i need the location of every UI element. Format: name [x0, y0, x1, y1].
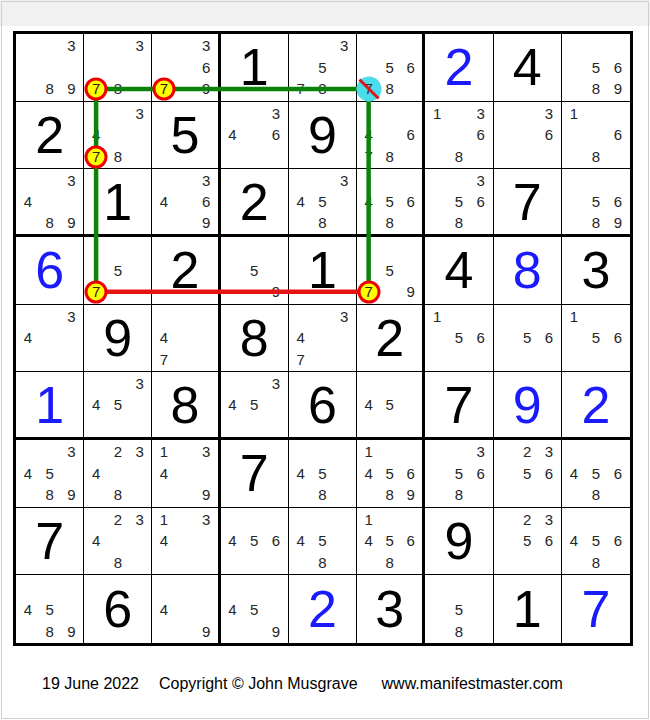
pencil-mark: 5 [312, 463, 334, 485]
footer-website-link[interactable]: www.manifestmaster.com [382, 675, 563, 692]
cell-r9c3[interactable]: 49 [152, 575, 220, 643]
cell-r5c6[interactable]: 2 [357, 305, 425, 373]
pencil-mark [495, 327, 517, 349]
given-digit: 7 [444, 379, 473, 431]
cell-r7c8[interactable]: 2356 [494, 440, 562, 508]
cell-r6c2[interactable]: 345 [84, 372, 152, 440]
pencil-grid: 3469 [153, 170, 216, 233]
pencil-mark: 7 [290, 349, 312, 371]
pencil-mark [243, 576, 265, 598]
pencil-grid: 458 [290, 509, 355, 574]
pencil-mark: 4 [222, 598, 244, 620]
pencil-mark: 5 [516, 327, 538, 349]
pencil-mark [222, 415, 244, 436]
pencil-mark: 3 [196, 35, 217, 57]
pencil-mark: 4 [358, 124, 379, 146]
pencil-mark [379, 103, 400, 125]
pencil-mark [400, 373, 421, 394]
pencil-mark [563, 327, 585, 349]
pencil-mark [448, 576, 470, 598]
pencil-mark: 8 [379, 552, 400, 574]
pencil-mark [400, 212, 421, 233]
cell-r9c6[interactable]: 3 [357, 575, 425, 643]
pencil-mark: 1 [563, 103, 585, 125]
pencil-mark [333, 212, 355, 233]
pencil-mark: 5 [379, 530, 400, 552]
cell-r4c5[interactable]: 1 [289, 237, 357, 305]
pencil-mark [153, 57, 174, 79]
cell-r4c7[interactable]: 4 [425, 237, 493, 305]
pencil-mark: 8 [312, 552, 334, 574]
pencil-mark [265, 260, 287, 282]
pencil-mark [312, 35, 334, 57]
cell-r4c8[interactable]: 8 [494, 237, 562, 305]
pencil-mark [563, 509, 585, 531]
pencil-mark: 5 [448, 598, 470, 620]
pencil-mark [563, 441, 585, 463]
pencil-mark [470, 620, 492, 642]
cell-r6c5[interactable]: 6 [289, 372, 357, 440]
cell-r8c7[interactable]: 9 [425, 508, 493, 576]
pencil-grid: 156 [426, 306, 491, 371]
pencil-mark [39, 191, 61, 212]
pencil-mark: 5 [243, 260, 265, 282]
pencil-mark [607, 170, 629, 191]
cell-r3c4[interactable]: 2 [221, 169, 289, 237]
cell-r6c4[interactable]: 345 [221, 372, 289, 440]
pencil-mark [243, 281, 265, 303]
cell-r1c2[interactable]: 378 [84, 34, 152, 102]
pencil-mark [85, 57, 107, 79]
pencil-mark: 7 [358, 146, 379, 168]
pencil-grid: 4589 [17, 576, 82, 642]
pencil-mark [39, 306, 61, 328]
pencil-mark: 1 [426, 103, 448, 125]
cell-r9c7[interactable]: 58 [425, 575, 493, 643]
pencil-mark [196, 598, 217, 620]
pencil-mark [153, 212, 174, 233]
pencil-mark [563, 146, 585, 168]
pencil-mark [400, 103, 421, 125]
cell-r8c5[interactable]: 458 [289, 508, 357, 576]
pencil-mark [333, 349, 355, 371]
cell-r2c3[interactable]: 5 [152, 102, 220, 170]
pencil-mark: 4 [153, 598, 174, 620]
pencil-mark: 9 [196, 212, 217, 233]
cell-r3c2[interactable]: 1 [84, 169, 152, 237]
solved-digit: 1 [35, 379, 64, 431]
pencil-mark [107, 57, 129, 79]
pencil-mark: 3 [60, 170, 82, 191]
cell-r1c4[interactable]: 1 [221, 34, 289, 102]
pencil-grid: 56 [495, 306, 560, 371]
pencil-mark [563, 552, 585, 574]
cell-r3c5[interactable]: 3458 [289, 169, 357, 237]
pencil-grid: 346 [222, 103, 287, 168]
pencil-mark [290, 552, 312, 574]
given-digit: 1 [513, 583, 542, 635]
pencil-mark: 4 [17, 598, 39, 620]
pencil-grid: 345 [85, 373, 150, 436]
cell-r6c7[interactable]: 7 [425, 372, 493, 440]
pencil-mark: 3 [470, 103, 492, 125]
pencil-mark [243, 146, 265, 168]
pencil-mark [333, 191, 355, 212]
pencil-mark [379, 170, 400, 191]
pencil-mark [495, 306, 517, 328]
pencil-mark: 3 [333, 35, 355, 57]
cell-r8c8[interactable]: 2356 [494, 508, 562, 576]
pencil-mark [585, 306, 607, 328]
cell-r7c7[interactable]: 3568 [425, 440, 493, 508]
pencil-mark: 1 [358, 441, 379, 463]
cell-r1c1[interactable]: 389 [16, 34, 84, 102]
pencil-mark [470, 484, 492, 506]
pencil-mark [107, 415, 129, 436]
pencil-mark [607, 552, 629, 574]
cell-r9c2[interactable]: 6 [84, 575, 152, 643]
pencil-mark: 7 [153, 349, 174, 371]
cell-r2c4[interactable]: 346 [221, 102, 289, 170]
pencil-mark [538, 146, 560, 168]
pencil-mark: 6 [196, 57, 217, 79]
pencil-mark [358, 212, 379, 233]
cell-r1c7[interactable]: 2 [425, 34, 493, 102]
pencil-mark [243, 620, 265, 642]
pencil-mark: 2 [516, 441, 538, 463]
pencil-mark: 8 [107, 552, 129, 574]
pencil-mark [563, 57, 585, 79]
pencil-mark [107, 463, 129, 485]
pencil-mark [400, 170, 421, 191]
pencil-mark: 9 [60, 620, 82, 642]
cell-r6c3[interactable]: 8 [152, 372, 220, 440]
cell-r5c8[interactable]: 56 [494, 305, 562, 373]
pencil-mark: 9 [265, 620, 287, 642]
cell-r6c8[interactable]: 9 [494, 372, 562, 440]
pencil-mark: 6 [538, 124, 560, 146]
pencil-mark [358, 415, 379, 436]
pencil-grid: 134 [153, 509, 216, 574]
cell-r5c5[interactable]: 347 [289, 305, 357, 373]
cell-r5c4[interactable]: 8 [221, 305, 289, 373]
pencil-mark [265, 146, 287, 168]
pencil-mark [39, 57, 61, 79]
pencil-mark [448, 349, 470, 371]
pencil-mark: 8 [448, 484, 470, 506]
pencil-mark: 4 [222, 124, 244, 146]
pencil-mark [379, 35, 400, 57]
cell-r5c3[interactable]: 47 [152, 305, 220, 373]
cell-r5c7[interactable]: 156 [425, 305, 493, 373]
pencil-mark: 8 [448, 620, 470, 642]
pencil-mark [400, 394, 421, 415]
pencil-mark [129, 146, 151, 168]
pencil-mark: 9 [400, 484, 421, 506]
cell-r8c6[interactable]: 14568 [357, 508, 425, 576]
pencil-mark: 3 [196, 441, 217, 463]
pencil-mark: 8 [39, 78, 61, 100]
cell-r8c3[interactable]: 134 [152, 508, 220, 576]
pencil-mark [400, 35, 421, 57]
pencil-mark [400, 146, 421, 168]
cell-r7c3[interactable]: 1349 [152, 440, 220, 508]
solved-digit: 2 [308, 583, 337, 635]
given-digit: 5 [171, 109, 200, 161]
cell-r2c5[interactable]: 9 [289, 102, 357, 170]
pencil-mark [495, 509, 517, 531]
pencil-mark [17, 306, 39, 328]
pencil-mark [222, 281, 244, 303]
pencil-mark [175, 306, 196, 328]
cell-r6c9[interactable]: 2 [562, 372, 630, 440]
pencil-mark: 3 [470, 170, 492, 191]
pencil-mark [400, 441, 421, 463]
pencil-mark [175, 463, 196, 485]
pencil-mark: 3 [265, 103, 287, 125]
pencil-mark: 3 [60, 35, 82, 57]
pencil-grid: 3489 [17, 170, 82, 233]
pencil-grid: 34589 [17, 441, 82, 506]
cell-r9c1[interactable]: 4589 [16, 575, 84, 643]
pencil-mark [379, 415, 400, 436]
cell-r3c7[interactable]: 3568 [425, 169, 493, 237]
pencil-mark: 5 [243, 530, 265, 552]
pencil-mark [17, 441, 39, 463]
pencil-mark: 4 [153, 327, 174, 349]
pencil-mark: 3 [129, 35, 151, 57]
pencil-grid: 3578 [290, 35, 355, 100]
pencil-mark [290, 212, 312, 233]
page: 3893783679135785678245689234785346946781… [0, 0, 650, 720]
cell-r7c1[interactable]: 34589 [16, 440, 84, 508]
pencil-mark [175, 212, 196, 233]
given-digit: 7 [240, 447, 269, 499]
pencil-grid: 345 [222, 373, 287, 436]
pencil-mark [153, 576, 174, 598]
pencil-mark [516, 349, 538, 371]
cell-r2c2[interactable]: 3478 [84, 102, 152, 170]
cell-r4c1[interactable]: 6 [16, 237, 84, 305]
pencil-mark: 4 [358, 463, 379, 485]
pencil-mark: 5 [585, 191, 607, 212]
cell-r6c1[interactable]: 1 [16, 372, 84, 440]
pencil-mark [585, 124, 607, 146]
pencil-mark [175, 35, 196, 57]
pencil-mark [129, 394, 151, 415]
pencil-mark: 9 [400, 281, 421, 303]
pencil-mark [333, 552, 355, 574]
cell-r3c3[interactable]: 3469 [152, 169, 220, 237]
pencil-mark: 6 [400, 124, 421, 146]
cell-r4c6[interactable]: 579 [357, 237, 425, 305]
pencil-mark: 5 [585, 327, 607, 349]
pencil-grid: 3679 [153, 35, 216, 100]
pencil-mark: 6 [607, 124, 629, 146]
pencil-mark: 6 [607, 327, 629, 349]
pencil-mark [426, 349, 448, 371]
pencil-mark [400, 415, 421, 436]
pencil-mark [17, 620, 39, 642]
cell-r7c5[interactable]: 458 [289, 440, 357, 508]
pencil-mark [153, 170, 174, 191]
pencil-mark [495, 441, 517, 463]
cell-r4c2[interactable]: 57 [84, 237, 152, 305]
pencil-mark [563, 484, 585, 506]
pencil-mark [379, 124, 400, 146]
pencil-mark: 3 [538, 103, 560, 125]
cell-r1c3[interactable]: 3679 [152, 34, 220, 102]
pencil-mark: 3 [333, 170, 355, 191]
pencil-mark: 4 [17, 327, 39, 349]
cell-r2c1[interactable]: 2 [16, 102, 84, 170]
cell-r1c6[interactable]: 5678 [357, 34, 425, 102]
pencil-grid: 579 [358, 238, 421, 303]
cell-r7c6[interactable]: 145689 [357, 440, 425, 508]
pencil-mark [516, 484, 538, 506]
pencil-mark [107, 124, 129, 146]
pencil-mark: 8 [107, 78, 129, 100]
pencil-mark [333, 463, 355, 485]
cell-r9c4[interactable]: 459 [221, 575, 289, 643]
cell-r2c6[interactable]: 4678 [357, 102, 425, 170]
pencil-mark: 6 [470, 124, 492, 146]
cell-r8c9[interactable]: 4568 [562, 508, 630, 576]
header-band [0, 0, 650, 26]
pencil-mark [495, 463, 517, 485]
cell-r9c5[interactable]: 2 [289, 575, 357, 643]
cell-r6c6[interactable]: 45 [357, 372, 425, 440]
cell-r1c8[interactable]: 4 [494, 34, 562, 102]
pencil-mark [60, 463, 82, 485]
cell-r5c9[interactable]: 156 [562, 305, 630, 373]
pencil-mark [426, 463, 448, 485]
cell-r2c7[interactable]: 1368 [425, 102, 493, 170]
pencil-mark [607, 484, 629, 506]
pencil-mark [607, 509, 629, 531]
cell-r1c5[interactable]: 3578 [289, 34, 357, 102]
cell-r9c8[interactable]: 1 [494, 575, 562, 643]
solved-digit: 2 [581, 379, 610, 431]
pencil-mark [358, 552, 379, 574]
cell-r1c9[interactable]: 5689 [562, 34, 630, 102]
cell-r3c6[interactable]: 4568 [357, 169, 425, 237]
pencil-mark [516, 306, 538, 328]
pencil-mark [129, 552, 151, 574]
pencil-mark: 5 [585, 530, 607, 552]
pencil-mark [495, 124, 517, 146]
cell-r3c9[interactable]: 5689 [562, 169, 630, 237]
pencil-mark: 6 [607, 57, 629, 79]
pencil-mark [358, 170, 379, 191]
pencil-mark: 6 [400, 463, 421, 485]
cell-r8c2[interactable]: 2348 [84, 508, 152, 576]
pencil-mark: 1 [358, 509, 379, 531]
given-digit: 8 [240, 312, 269, 364]
pencil-mark [175, 191, 196, 212]
pencil-mark [607, 103, 629, 125]
pencil-grid: 2356 [495, 509, 560, 574]
pencil-mark [290, 57, 312, 79]
pencil-mark: 4 [153, 191, 174, 212]
given-digit: 7 [35, 515, 64, 567]
given-digit: 4 [444, 244, 473, 296]
pencil-mark [39, 170, 61, 191]
pencil-grid: 3568 [426, 170, 491, 233]
cell-r7c4[interactable]: 7 [221, 440, 289, 508]
pencil-mark: 8 [379, 146, 400, 168]
pencil-mark [17, 57, 39, 79]
pencil-mark: 5 [312, 191, 334, 212]
cell-r8c1[interactable]: 7 [16, 508, 84, 576]
cell-r3c8[interactable]: 7 [494, 169, 562, 237]
given-digit: 8 [171, 379, 200, 431]
solved-digit: 9 [513, 379, 542, 431]
pencil-mark [175, 620, 196, 642]
cell-r7c9[interactable]: 4568 [562, 440, 630, 508]
pencil-mark [107, 530, 129, 552]
pencil-mark [243, 415, 265, 436]
pencil-mark [448, 441, 470, 463]
cell-r2c9[interactable]: 168 [562, 102, 630, 170]
cell-r7c2[interactable]: 2348 [84, 440, 152, 508]
pencil-mark [312, 170, 334, 191]
pencil-mark: 1 [563, 306, 585, 328]
given-digit: 3 [581, 244, 610, 296]
pencil-mark [107, 281, 129, 303]
pencil-mark: 5 [39, 598, 61, 620]
cell-r4c4[interactable]: 59 [221, 237, 289, 305]
pencil-mark: 1 [426, 306, 448, 328]
cell-r9c9[interactable]: 7 [562, 575, 630, 643]
pencil-mark [196, 576, 217, 598]
cell-r3c1[interactable]: 3489 [16, 169, 84, 237]
pencil-mark [222, 373, 244, 394]
cell-r5c2[interactable]: 9 [84, 305, 152, 373]
pencil-mark [358, 484, 379, 506]
pencil-mark [312, 306, 334, 328]
pencil-mark: 3 [470, 441, 492, 463]
pencil-mark: 8 [379, 78, 400, 100]
pencil-mark [222, 103, 244, 125]
pencil-mark: 9 [196, 484, 217, 506]
pencil-mark [17, 78, 39, 100]
cell-r8c4[interactable]: 456 [221, 508, 289, 576]
cell-r4c3[interactable]: 2 [152, 237, 220, 305]
pencil-mark [85, 509, 107, 531]
pencil-grid: 34 [17, 306, 82, 371]
pencil-mark [222, 576, 244, 598]
pencil-mark [129, 238, 151, 260]
cell-r4c9[interactable]: 3 [562, 237, 630, 305]
cell-r2c8[interactable]: 36 [494, 102, 562, 170]
pencil-mark [585, 103, 607, 125]
pencil-mark [585, 170, 607, 191]
pencil-mark [333, 78, 355, 100]
pencil-mark [129, 415, 151, 436]
pencil-mark: 6 [400, 530, 421, 552]
pencil-mark [607, 349, 629, 371]
pencil-mark [17, 576, 39, 598]
pencil-mark: 5 [379, 394, 400, 415]
given-digit: 6 [308, 379, 337, 431]
pencil-mark: 6 [400, 57, 421, 79]
cell-r5c1[interactable]: 34 [16, 305, 84, 373]
pencil-mark [222, 552, 244, 574]
pencil-mark [290, 170, 312, 191]
pencil-grid: 36 [495, 103, 560, 168]
pencil-mark [585, 349, 607, 371]
